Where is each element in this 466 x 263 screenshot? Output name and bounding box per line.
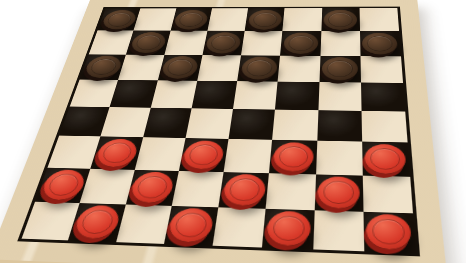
square-c8 (116, 204, 172, 244)
square-f8 (262, 208, 314, 249)
square-g1 (321, 8, 360, 31)
square-c6 (134, 137, 185, 170)
dark-checker-f2[interactable] (283, 32, 319, 54)
square-e4 (233, 81, 278, 110)
red-checker-f8[interactable] (265, 210, 311, 246)
dark-checker-h2[interactable] (362, 32, 398, 54)
square-e7 (218, 171, 269, 208)
red-checker-b8[interactable] (72, 205, 122, 240)
square-g8 (313, 210, 364, 251)
dark-checker-g1[interactable] (323, 9, 357, 29)
square-f5 (272, 109, 318, 140)
square-d8 (164, 205, 219, 245)
square-h3 (360, 55, 403, 82)
square-h6 (362, 141, 410, 176)
square-d1 (207, 8, 248, 31)
dark-checker-g3[interactable] (322, 57, 359, 81)
square-g2 (320, 31, 360, 56)
square-g4 (318, 81, 361, 110)
square-f7 (266, 172, 316, 209)
square-e6 (224, 139, 273, 173)
square-b2 (126, 30, 170, 54)
square-g5 (317, 110, 362, 142)
square-d2 (202, 30, 244, 54)
red-checker-c7[interactable] (129, 171, 176, 203)
square-e8 (213, 207, 266, 247)
square-b1 (134, 8, 176, 30)
dark-checker-c1[interactable] (173, 9, 210, 29)
square-b3 (118, 54, 164, 80)
red-checker-b6[interactable] (94, 138, 140, 167)
square-d5 (185, 108, 233, 139)
square-c2 (164, 30, 207, 54)
dark-checker-a3[interactable] (83, 55, 124, 78)
square-e3 (237, 55, 280, 81)
square-c1 (170, 8, 212, 30)
square-h8 (363, 211, 416, 253)
red-checker-g7[interactable] (317, 176, 360, 209)
checkers-set-photo (0, 0, 466, 263)
dark-checker-e1[interactable] (247, 9, 282, 29)
square-e5 (228, 108, 275, 139)
dark-checker-b2[interactable] (129, 32, 168, 53)
red-checker-h6[interactable] (365, 143, 407, 173)
square-d7 (172, 170, 224, 207)
square-e2 (241, 30, 283, 54)
square-f6 (269, 139, 317, 173)
red-checker-f6[interactable] (272, 141, 314, 171)
square-d3 (197, 54, 241, 80)
square-f1 (283, 8, 322, 31)
square-c3 (157, 54, 202, 80)
red-checker-a7[interactable] (39, 169, 88, 200)
square-h5 (361, 110, 407, 142)
square-h4 (361, 82, 405, 111)
square-e1 (245, 8, 285, 31)
square-h7 (363, 175, 413, 213)
square-g6 (316, 140, 363, 174)
square-h2 (360, 31, 401, 56)
red-checker-h8[interactable] (366, 213, 412, 250)
square-h1 (359, 8, 399, 31)
dark-checker-e3[interactable] (240, 56, 278, 79)
dark-checker-a1[interactable] (100, 9, 138, 29)
square-f2 (280, 30, 321, 55)
red-checker-d6[interactable] (182, 140, 226, 169)
square-d6 (179, 138, 229, 171)
square-g7 (314, 174, 363, 212)
square-c5 (143, 107, 192, 138)
dark-checker-c3[interactable] (160, 56, 199, 79)
square-d4 (191, 80, 237, 108)
board-playing-area (17, 6, 420, 256)
square-c7 (125, 169, 178, 205)
square-f3 (278, 55, 320, 82)
square-c4 (150, 80, 197, 108)
red-checker-e7[interactable] (221, 173, 266, 205)
square-f4 (275, 81, 319, 110)
checkers-board (0, 0, 447, 263)
dark-checker-d2[interactable] (205, 32, 242, 53)
red-checker-d8[interactable] (167, 207, 215, 242)
square-g3 (319, 55, 361, 82)
